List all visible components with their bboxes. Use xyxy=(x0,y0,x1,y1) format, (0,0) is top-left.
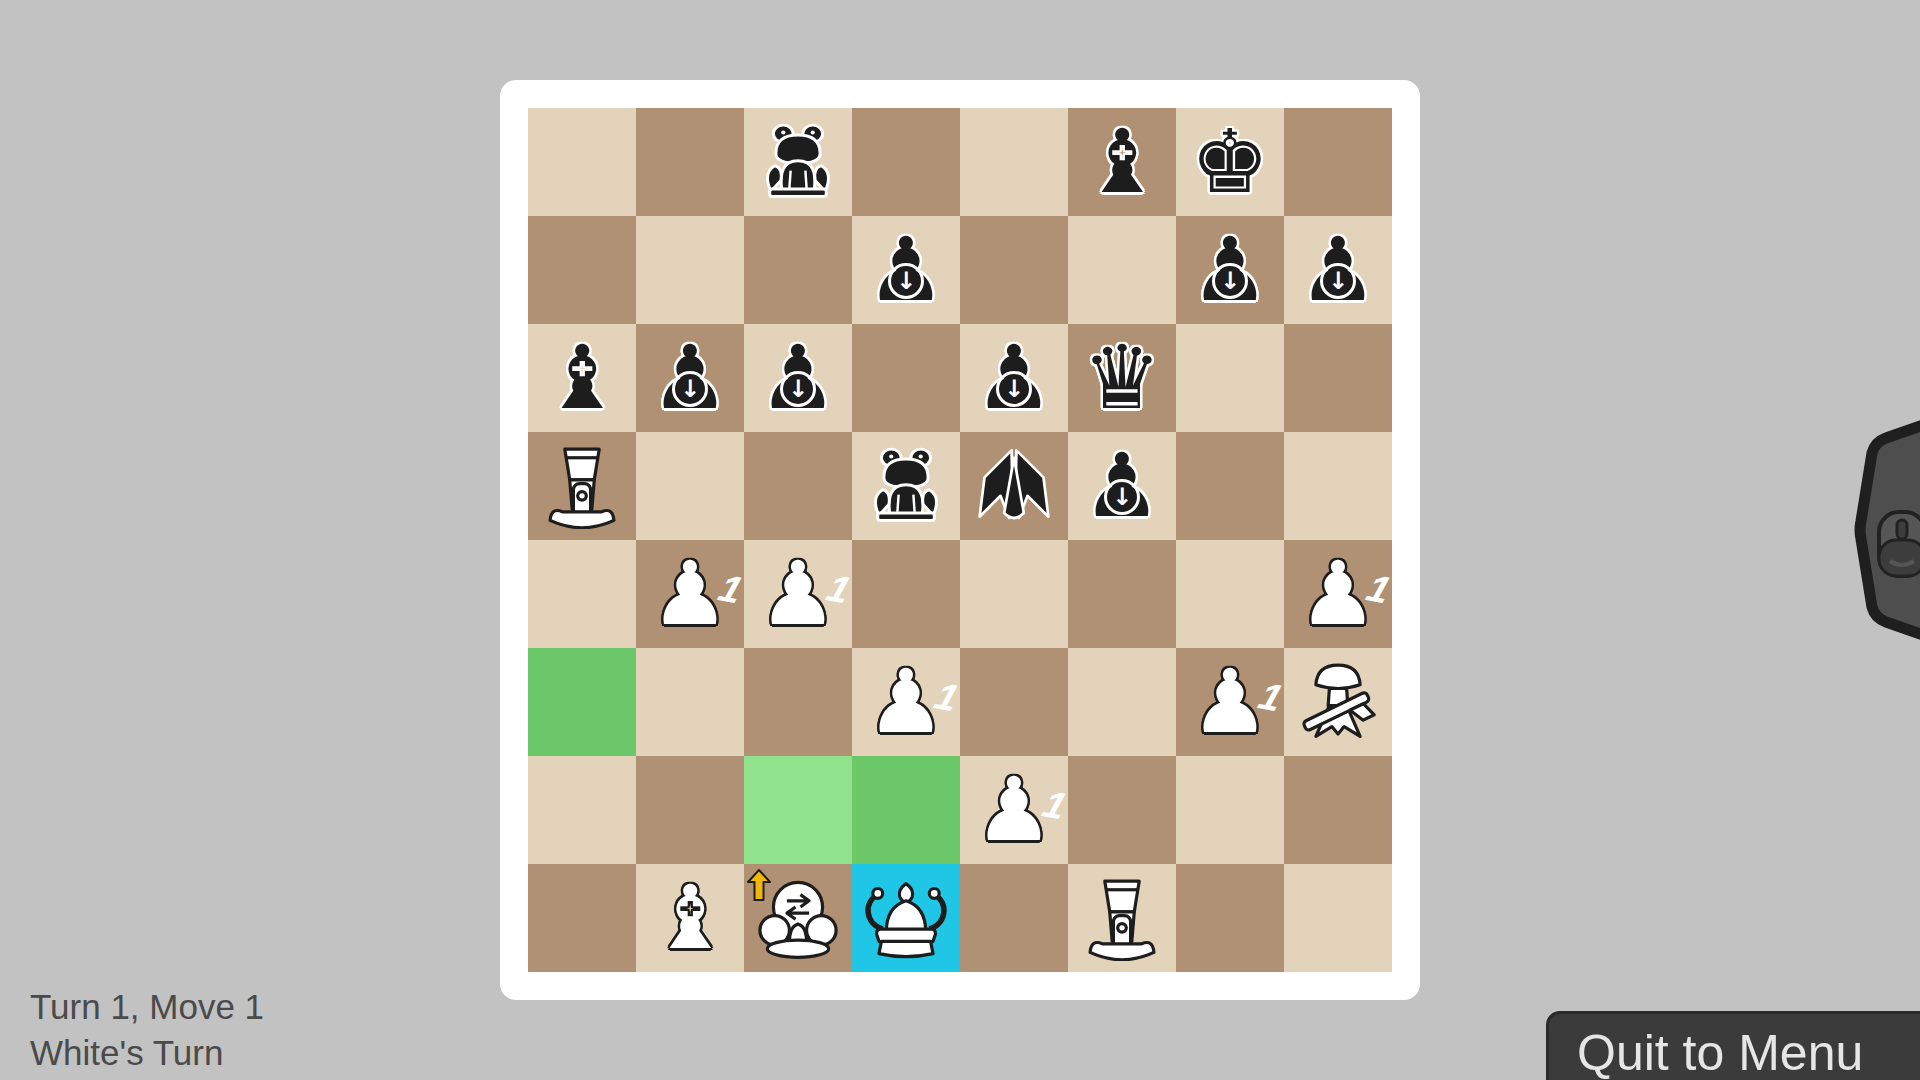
piece-white-pawn[interactable]: ♟ xyxy=(759,550,838,638)
square-f3[interactable] xyxy=(1068,648,1176,756)
piece-black-queen[interactable]: ♛ xyxy=(1083,334,1162,422)
square-g1[interactable] xyxy=(1176,864,1284,972)
square-e4[interactable] xyxy=(960,540,1068,648)
piece-white-pawn[interactable]: ♟ xyxy=(1191,658,1270,746)
square-h7[interactable]: ♟↓ xyxy=(1284,216,1392,324)
square-h5[interactable] xyxy=(1284,432,1392,540)
square-a5[interactable] xyxy=(528,432,636,540)
piece-black-pawn[interactable]: ♟ xyxy=(975,334,1054,422)
piece-white-rook[interactable] xyxy=(1079,875,1165,961)
square-d6[interactable] xyxy=(852,324,960,432)
levelup-arrow-icon xyxy=(746,868,772,906)
square-f7[interactable] xyxy=(1068,216,1176,324)
piece-white-rook[interactable] xyxy=(539,443,625,529)
piece-black-pawn[interactable]: ♟ xyxy=(867,226,946,314)
quit-button-label: Quit to Menu xyxy=(1577,1024,1863,1080)
square-g8[interactable]: ♚ xyxy=(1176,108,1284,216)
square-c4[interactable]: ♟1 xyxy=(744,540,852,648)
square-a7[interactable] xyxy=(528,216,636,324)
square-d3[interactable]: ♟1 xyxy=(852,648,960,756)
square-g5[interactable] xyxy=(1176,432,1284,540)
square-c5[interactable] xyxy=(744,432,852,540)
square-c7[interactable] xyxy=(744,216,852,324)
square-h3[interactable] xyxy=(1284,648,1392,756)
square-f4[interactable] xyxy=(1068,540,1176,648)
mouse-icon-panel xyxy=(1850,418,1920,658)
square-g6[interactable] xyxy=(1176,324,1284,432)
mouse-icon xyxy=(1879,512,1920,576)
square-e1[interactable] xyxy=(960,864,1068,972)
square-b7[interactable] xyxy=(636,216,744,324)
square-c6[interactable]: ♟↓ xyxy=(744,324,852,432)
game-screen: { "game": "chess-variant (roguelike ches… xyxy=(0,0,1920,1080)
piece-black-bishop[interactable]: ♝ xyxy=(1083,118,1162,206)
piece-white-pawn[interactable]: ♟ xyxy=(651,550,730,638)
square-e8[interactable] xyxy=(960,108,1068,216)
piece-black-pawn[interactable]: ♟ xyxy=(1299,226,1378,314)
quit-to-menu-button[interactable]: Quit to Menu xyxy=(1546,1011,1920,1080)
piece-white-pawn[interactable]: ♟ xyxy=(867,658,946,746)
square-c3[interactable] xyxy=(744,648,852,756)
square-c1[interactable] xyxy=(744,864,852,972)
piece-white-rifleman[interactable] xyxy=(1295,659,1381,745)
square-a6[interactable]: ♝ xyxy=(528,324,636,432)
piece-white-bishop[interactable]: ♝ xyxy=(651,874,730,962)
square-h1[interactable] xyxy=(1284,864,1392,972)
square-e3[interactable] xyxy=(960,648,1068,756)
square-c8[interactable] xyxy=(744,108,852,216)
square-g3[interactable]: ♟1 xyxy=(1176,648,1284,756)
turn-move-label: Turn 1, Move 1 xyxy=(30,984,264,1030)
square-f1[interactable] xyxy=(1068,864,1176,972)
square-f2[interactable] xyxy=(1068,756,1176,864)
square-b1[interactable]: ♝ xyxy=(636,864,744,972)
piece-black-pawn[interactable]: ♟ xyxy=(651,334,730,422)
square-b4[interactable]: ♟1 xyxy=(636,540,744,648)
square-f8[interactable]: ♝ xyxy=(1068,108,1176,216)
square-d1[interactable] xyxy=(852,864,960,972)
piece-black-pawn[interactable]: ♟ xyxy=(1083,442,1162,530)
piece-black-frog[interactable] xyxy=(755,119,841,205)
board-frame: ♝♚♟↓♟↓♟↓♝♟↓♟↓♟↓♛♟↓♟1♟1♟1♟1♟1♟1♝ xyxy=(500,80,1420,1000)
piece-black-pawn[interactable]: ♟ xyxy=(1191,226,1270,314)
square-a3[interactable] xyxy=(528,648,636,756)
square-a8[interactable] xyxy=(528,108,636,216)
piece-black-pawn[interactable]: ♟ xyxy=(759,334,838,422)
board: ♝♚♟↓♟↓♟↓♝♟↓♟↓♟↓♛♟↓♟1♟1♟1♟1♟1♟1♝ xyxy=(528,108,1392,972)
piece-white-pawn[interactable]: ♟ xyxy=(975,766,1054,854)
square-f6[interactable]: ♛ xyxy=(1068,324,1176,432)
square-b8[interactable] xyxy=(636,108,744,216)
square-h4[interactable]: ♟1 xyxy=(1284,540,1392,648)
square-e6[interactable]: ♟↓ xyxy=(960,324,1068,432)
square-c2[interactable] xyxy=(744,756,852,864)
piece-black-bishop[interactable]: ♝ xyxy=(543,334,622,422)
square-d7[interactable]: ♟↓ xyxy=(852,216,960,324)
square-b5[interactable] xyxy=(636,432,744,540)
square-b6[interactable]: ♟↓ xyxy=(636,324,744,432)
piece-white-pawn[interactable]: ♟ xyxy=(1299,550,1378,638)
square-e5[interactable] xyxy=(960,432,1068,540)
square-a1[interactable] xyxy=(528,864,636,972)
piece-black-king[interactable]: ♚ xyxy=(1191,118,1270,206)
square-f5[interactable]: ♟↓ xyxy=(1068,432,1176,540)
square-e7[interactable] xyxy=(960,216,1068,324)
square-g2[interactable] xyxy=(1176,756,1284,864)
piece-black-frog[interactable] xyxy=(863,443,949,529)
square-h8[interactable] xyxy=(1284,108,1392,216)
piece-white-king[interactable] xyxy=(863,875,949,961)
square-h2[interactable] xyxy=(1284,756,1392,864)
square-h6[interactable] xyxy=(1284,324,1392,432)
square-b2[interactable] xyxy=(636,756,744,864)
square-g4[interactable] xyxy=(1176,540,1284,648)
square-g7[interactable]: ♟↓ xyxy=(1176,216,1284,324)
piece-black-moth[interactable] xyxy=(971,443,1057,529)
square-d8[interactable] xyxy=(852,108,960,216)
turn-info: Turn 1, Move 1 White's Turn xyxy=(30,984,264,1076)
turn-side-label: White's Turn xyxy=(30,1030,264,1076)
square-d4[interactable] xyxy=(852,540,960,648)
square-a4[interactable] xyxy=(528,540,636,648)
square-d2[interactable] xyxy=(852,756,960,864)
square-d5[interactable] xyxy=(852,432,960,540)
square-e2[interactable]: ♟1 xyxy=(960,756,1068,864)
square-b3[interactable] xyxy=(636,648,744,756)
square-a2[interactable] xyxy=(528,756,636,864)
